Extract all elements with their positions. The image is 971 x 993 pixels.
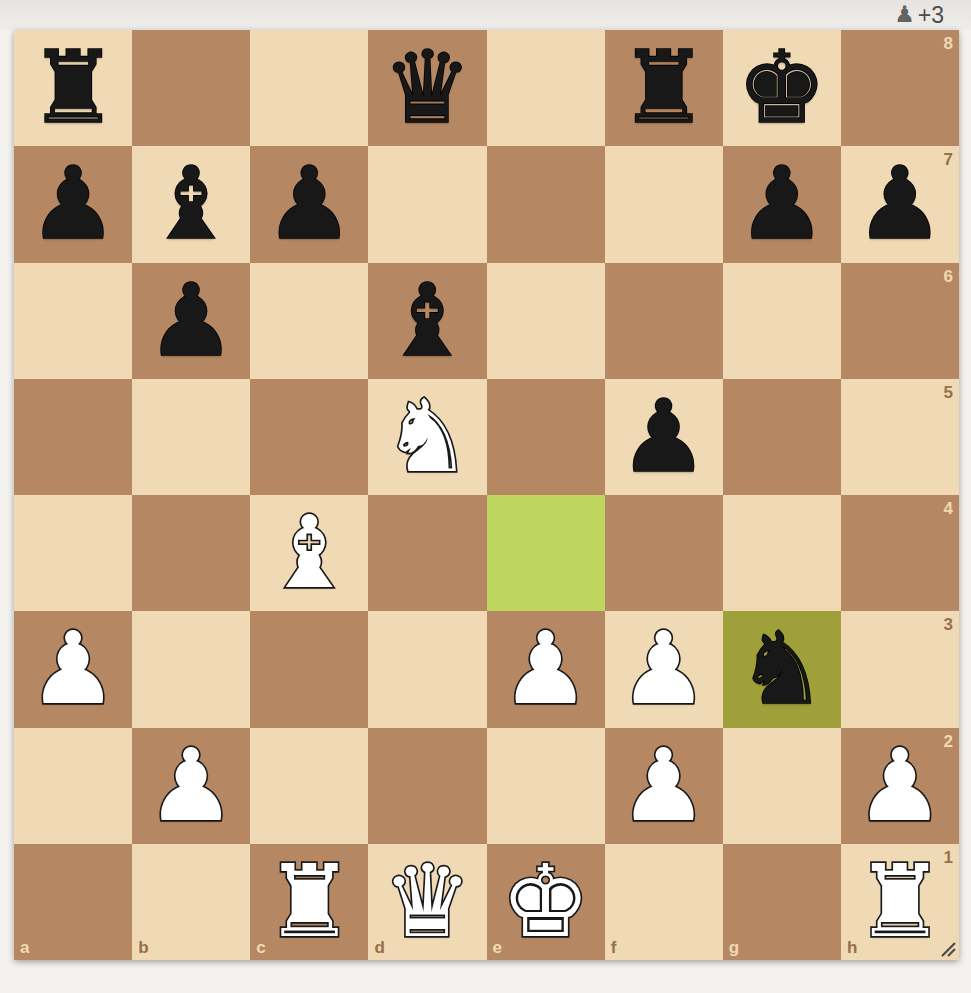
square-a4[interactable] bbox=[14, 495, 132, 611]
file-label-g: g bbox=[729, 939, 739, 956]
board-resize-handle-icon[interactable] bbox=[939, 940, 957, 958]
square-b7[interactable]: ♝ bbox=[132, 146, 250, 262]
square-c1[interactable]: ♜c bbox=[250, 844, 368, 960]
square-c7[interactable]: ♟ bbox=[250, 146, 368, 262]
rank-label-1: 1 bbox=[944, 849, 953, 866]
white-pawn[interactable]: ♟ bbox=[855, 736, 945, 836]
file-label-d: d bbox=[374, 939, 384, 956]
square-b1[interactable]: b bbox=[132, 844, 250, 960]
white-king[interactable]: ♚ bbox=[501, 852, 591, 952]
square-e7[interactable] bbox=[487, 146, 605, 262]
square-a2[interactable] bbox=[14, 728, 132, 844]
white-pawn[interactable]: ♟ bbox=[501, 619, 591, 719]
square-c2[interactable] bbox=[250, 728, 368, 844]
rank-label-6: 6 bbox=[944, 268, 953, 285]
square-f2[interactable]: ♟ bbox=[605, 728, 723, 844]
square-d5[interactable]: ♞ bbox=[368, 379, 486, 495]
square-a5[interactable] bbox=[14, 379, 132, 495]
square-b8[interactable] bbox=[132, 30, 250, 146]
rank-label-3: 3 bbox=[944, 616, 953, 633]
top-bar bbox=[0, 0, 971, 30]
square-g6[interactable] bbox=[723, 263, 841, 379]
square-b4[interactable] bbox=[132, 495, 250, 611]
square-d2[interactable] bbox=[368, 728, 486, 844]
rank-label-4: 4 bbox=[944, 500, 953, 517]
black-queen[interactable]: ♛ bbox=[383, 38, 473, 138]
square-e5[interactable] bbox=[487, 379, 605, 495]
square-a1[interactable]: a bbox=[14, 844, 132, 960]
material-advantage-value: +3 bbox=[918, 4, 944, 27]
chess-app-window: ♟ +3 ♜♛♜♚8♟♝♟♟♟7♟♝6♞♟5♝4♟♟♟♞3♟♟♟2ab♜c♛d♚… bbox=[0, 0, 971, 993]
rank-label-5: 5 bbox=[944, 384, 953, 401]
square-a3[interactable]: ♟ bbox=[14, 611, 132, 727]
square-f1[interactable]: f bbox=[605, 844, 723, 960]
square-d7[interactable] bbox=[368, 146, 486, 262]
square-c4[interactable]: ♝ bbox=[250, 495, 368, 611]
white-pawn[interactable]: ♟ bbox=[28, 619, 118, 719]
square-f3[interactable]: ♟ bbox=[605, 611, 723, 727]
chess-board[interactable]: ♜♛♜♚8♟♝♟♟♟7♟♝6♞♟5♝4♟♟♟♞3♟♟♟2ab♜c♛d♚efg♜1… bbox=[14, 30, 959, 960]
square-c6[interactable] bbox=[250, 263, 368, 379]
square-e2[interactable] bbox=[487, 728, 605, 844]
file-label-c: c bbox=[256, 939, 265, 956]
square-f4[interactable] bbox=[605, 495, 723, 611]
material-advantage-indicator: ♟ +3 bbox=[894, 1, 944, 29]
square-g5[interactable] bbox=[723, 379, 841, 495]
white-pawn[interactable]: ♟ bbox=[619, 619, 709, 719]
square-d1[interactable]: ♛d bbox=[368, 844, 486, 960]
square-c8[interactable] bbox=[250, 30, 368, 146]
square-h6[interactable]: 6 bbox=[841, 263, 959, 379]
black-rook[interactable]: ♜ bbox=[619, 38, 709, 138]
file-label-a: a bbox=[20, 939, 29, 956]
square-b5[interactable] bbox=[132, 379, 250, 495]
square-f6[interactable] bbox=[605, 263, 723, 379]
file-label-b: b bbox=[138, 939, 148, 956]
square-e3[interactable]: ♟ bbox=[487, 611, 605, 727]
square-h8[interactable]: 8 bbox=[841, 30, 959, 146]
rank-label-2: 2 bbox=[944, 733, 953, 750]
black-rook[interactable]: ♜ bbox=[28, 38, 118, 138]
white-rook[interactable]: ♜ bbox=[264, 852, 354, 952]
square-d4[interactable] bbox=[368, 495, 486, 611]
rank-label-8: 8 bbox=[944, 35, 953, 52]
square-h4[interactable]: 4 bbox=[841, 495, 959, 611]
square-h5[interactable]: 5 bbox=[841, 379, 959, 495]
square-f7[interactable] bbox=[605, 146, 723, 262]
square-h3[interactable]: 3 bbox=[841, 611, 959, 727]
square-g8[interactable]: ♚ bbox=[723, 30, 841, 146]
black-bishop[interactable]: ♝ bbox=[383, 271, 473, 371]
square-b3[interactable] bbox=[132, 611, 250, 727]
white-queen[interactable]: ♛ bbox=[383, 852, 473, 952]
square-h7[interactable]: ♟7 bbox=[841, 146, 959, 262]
white-rook[interactable]: ♜ bbox=[855, 852, 945, 952]
square-g3[interactable]: ♞ bbox=[723, 611, 841, 727]
square-g4[interactable] bbox=[723, 495, 841, 611]
square-a7[interactable]: ♟ bbox=[14, 146, 132, 262]
square-g2[interactable] bbox=[723, 728, 841, 844]
square-f5[interactable]: ♟ bbox=[605, 379, 723, 495]
black-pawn[interactable]: ♟ bbox=[146, 271, 236, 371]
square-e1[interactable]: ♚e bbox=[487, 844, 605, 960]
square-f8[interactable]: ♜ bbox=[605, 30, 723, 146]
file-label-e: e bbox=[493, 939, 502, 956]
square-a6[interactable] bbox=[14, 263, 132, 379]
black-pawn[interactable]: ♟ bbox=[619, 387, 709, 487]
white-knight[interactable]: ♞ bbox=[383, 387, 473, 487]
white-bishop[interactable]: ♝ bbox=[264, 503, 354, 603]
file-label-h: h bbox=[847, 939, 857, 956]
square-e4[interactable] bbox=[487, 495, 605, 611]
pawn-icon: ♟ bbox=[894, 3, 915, 26]
black-pawn[interactable]: ♟ bbox=[855, 154, 945, 254]
rank-label-7: 7 bbox=[944, 151, 953, 168]
square-d6[interactable]: ♝ bbox=[368, 263, 486, 379]
white-pawn[interactable]: ♟ bbox=[146, 736, 236, 836]
file-label-f: f bbox=[611, 939, 617, 956]
square-h1[interactable]: ♜1h bbox=[841, 844, 959, 960]
square-g7[interactable]: ♟ bbox=[723, 146, 841, 262]
white-pawn[interactable]: ♟ bbox=[619, 736, 709, 836]
square-c3[interactable] bbox=[250, 611, 368, 727]
black-pawn[interactable]: ♟ bbox=[264, 154, 354, 254]
black-knight[interactable]: ♞ bbox=[737, 619, 827, 719]
square-c5[interactable] bbox=[250, 379, 368, 495]
black-pawn[interactable]: ♟ bbox=[737, 154, 827, 254]
square-e8[interactable] bbox=[487, 30, 605, 146]
black-bishop[interactable]: ♝ bbox=[146, 154, 236, 254]
black-pawn[interactable]: ♟ bbox=[28, 154, 118, 254]
square-e6[interactable] bbox=[487, 263, 605, 379]
square-b2[interactable]: ♟ bbox=[132, 728, 250, 844]
square-d8[interactable]: ♛ bbox=[368, 30, 486, 146]
square-h2[interactable]: ♟2 bbox=[841, 728, 959, 844]
square-a8[interactable]: ♜ bbox=[14, 30, 132, 146]
square-d3[interactable] bbox=[368, 611, 486, 727]
square-g1[interactable]: g bbox=[723, 844, 841, 960]
square-b6[interactable]: ♟ bbox=[132, 263, 250, 379]
black-king[interactable]: ♚ bbox=[737, 38, 827, 138]
